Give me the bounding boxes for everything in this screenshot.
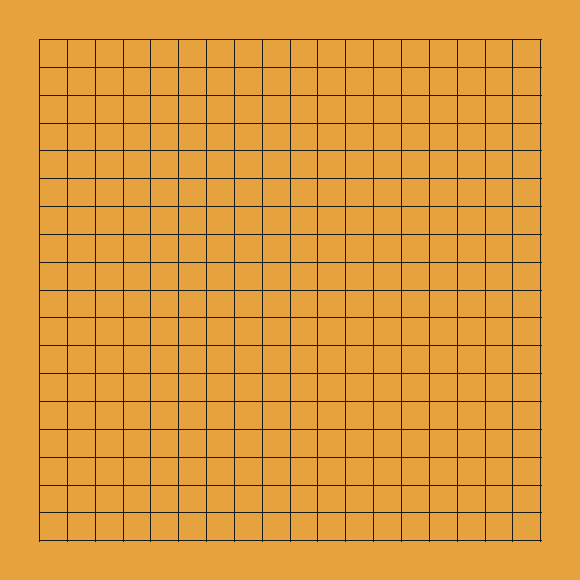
go-board[interactable] — [0, 0, 580, 580]
stones-grid[interactable] — [26, 26, 555, 555]
